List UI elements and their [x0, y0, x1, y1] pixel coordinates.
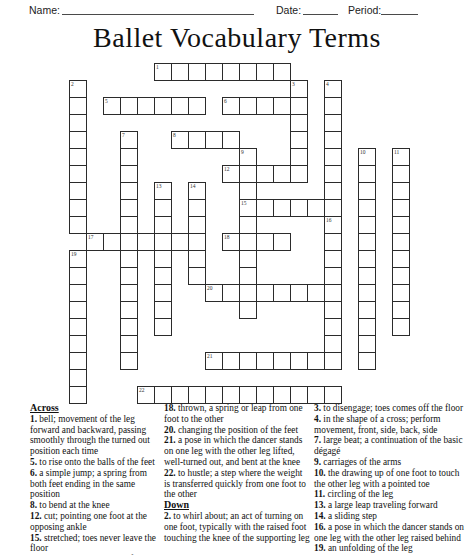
- grid-cell-r7c3[interactable]: [120, 182, 138, 200]
- clue-number-1: 1: [156, 64, 159, 70]
- across-clue-21: 21. a pose in which the dancer stands on…: [164, 435, 310, 467]
- grid-cell-r10c3[interactable]: [120, 233, 138, 251]
- date-blank-line[interactable]: [303, 13, 338, 15]
- period-blank-line[interactable]: [381, 13, 418, 15]
- grid-cell-r0c8[interactable]: [205, 63, 223, 81]
- grid-cell-r2c4[interactable]: [137, 97, 155, 115]
- grid-cell-r4c9[interactable]: [222, 131, 240, 149]
- grid-cell-r10c1[interactable]: 17: [86, 233, 104, 251]
- grid-cell-r17c0[interactable]: [69, 352, 87, 370]
- grid-cell-r13c13[interactable]: [290, 284, 308, 302]
- crossword-grid: 12345678915101112131416171819202122: [69, 63, 410, 404]
- grid-cell-r1c13[interactable]: 3: [290, 80, 308, 98]
- grid-cell-r19c6[interactable]: [171, 386, 189, 404]
- grid-cell-r8c17[interactable]: [358, 199, 376, 217]
- clue-number-label: 7.: [314, 435, 321, 445]
- grid-cell-r12c7[interactable]: [188, 267, 206, 285]
- down-heading: Down: [164, 500, 310, 511]
- grid-cell-r9c7[interactable]: [188, 216, 206, 234]
- grid-cell-r10c6[interactable]: [171, 233, 189, 251]
- grid-cell-r17c9[interactable]: [222, 352, 240, 370]
- clue-number-17: 17: [88, 234, 94, 240]
- grid-cell-r0c9[interactable]: [222, 63, 240, 81]
- grid-cell-r10c10[interactable]: [239, 233, 257, 251]
- grid-cell-r14c10[interactable]: [239, 301, 257, 319]
- grid-cell-r8c13[interactable]: [290, 199, 308, 217]
- grid-cell-r11c19[interactable]: [392, 250, 410, 268]
- grid-cell-r2c13[interactable]: [290, 97, 308, 115]
- clue-number-label: 18.: [164, 403, 176, 413]
- grid-cell-r16c17[interactable]: [358, 335, 376, 353]
- grid-cell-r10c2[interactable]: [103, 233, 121, 251]
- grid-cell-r8c19[interactable]: [392, 199, 410, 217]
- grid-cell-r17c17[interactable]: [358, 352, 376, 370]
- grid-cell-r8c14[interactable]: [307, 199, 325, 217]
- name-blank-line[interactable]: [62, 13, 254, 15]
- grid-cell-r18c0[interactable]: [69, 369, 87, 387]
- grid-cell-r6c10[interactable]: [239, 165, 257, 183]
- across-clue-1: 1. bell; movement of the leg forward and…: [30, 414, 164, 457]
- grid-cell-r8c15[interactable]: [324, 199, 342, 217]
- down-clue-14: 14. a sliding step: [314, 511, 468, 522]
- grid-cell-r13c10[interactable]: [239, 284, 257, 302]
- grid-cell-r2c9[interactable]: 6: [222, 97, 240, 115]
- clue-number-label: 9.: [314, 457, 321, 467]
- grid-cell-r2c10[interactable]: [239, 97, 257, 115]
- grid-cell-r2c5[interactable]: [154, 97, 172, 115]
- grid-cell-r6c17[interactable]: [358, 165, 376, 183]
- grid-cell-r15c19[interactable]: [392, 318, 410, 336]
- grid-cell-r4c0[interactable]: [69, 131, 87, 149]
- grid-cell-r8c10[interactable]: 15: [239, 199, 257, 217]
- grid-cell-r13c11[interactable]: [256, 284, 274, 302]
- grid-cell-r14c3[interactable]: [120, 301, 138, 319]
- grid-cell-r2c2[interactable]: 5: [103, 97, 121, 115]
- across-clue-12: 12. cut; pointing one foot at the opposi…: [30, 511, 164, 533]
- grid-cell-r7c15[interactable]: [324, 182, 342, 200]
- clue-number-16: 16: [326, 217, 332, 223]
- grid-cell-r19c9[interactable]: [222, 386, 240, 404]
- grid-cell-r17c13[interactable]: [290, 352, 308, 370]
- grid-cell-r3c13[interactable]: [290, 114, 308, 132]
- clue-number-label: 11.: [314, 489, 325, 499]
- grid-cell-r8c0[interactable]: [69, 199, 87, 217]
- grid-cell-r15c0[interactable]: [69, 318, 87, 336]
- grid-cell-r11c10[interactable]: [239, 250, 257, 268]
- grid-cell-r13c17[interactable]: [358, 284, 376, 302]
- grid-cell-r17c14[interactable]: [307, 352, 325, 370]
- grid-cell-r17c3[interactable]: [120, 352, 138, 370]
- grid-cell-r12c19[interactable]: [392, 267, 410, 285]
- grid-cell-r7c17[interactable]: [358, 182, 376, 200]
- clue-number-5: 5: [105, 98, 108, 104]
- grid-cell-r17c11[interactable]: [256, 352, 274, 370]
- grid-cell-r0c12[interactable]: [273, 63, 291, 81]
- grid-cell-r19c4[interactable]: 22: [137, 386, 155, 404]
- worksheet-page: Name: Date: Period: Ballet Vocabulary Te…: [0, 0, 474, 555]
- grid-cell-r1c15[interactable]: 4: [324, 80, 342, 98]
- clue-column-1: Across1. bell; movement of the leg forwa…: [30, 403, 164, 555]
- grid-cell-r19c7[interactable]: [188, 386, 206, 404]
- grid-cell-r17c15[interactable]: [324, 352, 342, 370]
- grid-cell-r19c15[interactable]: [324, 386, 342, 404]
- grid-cell-r10c5[interactable]: [154, 233, 172, 251]
- grid-cell-r16c0[interactable]: [69, 335, 87, 353]
- grid-cell-r5c15[interactable]: [324, 148, 342, 166]
- clue-number-label: 19.: [314, 543, 326, 553]
- grid-cell-r8c11[interactable]: [256, 199, 274, 217]
- grid-cell-r19c11[interactable]: [256, 386, 274, 404]
- grid-cell-r6c9[interactable]: 12: [222, 165, 240, 183]
- grid-cell-r12c3[interactable]: [120, 267, 138, 285]
- clue-number-label: 15.: [30, 533, 42, 543]
- down-clue-19: 19. an unfolding of the leg: [314, 543, 468, 554]
- clue-number-21: 21: [207, 353, 213, 359]
- clue-number-label: 2.: [164, 511, 171, 521]
- grid-cell-r4c6[interactable]: 8: [171, 131, 189, 149]
- grid-cell-r0c11[interactable]: [256, 63, 274, 81]
- grid-cell-r7c19[interactable]: [392, 182, 410, 200]
- grid-cell-r12c15[interactable]: [324, 267, 342, 285]
- clue-column-3: 3. to disengage; toes comes off the floo…: [314, 403, 468, 554]
- clue-number-label: 3.: [314, 403, 321, 413]
- grid-cell-r11c17[interactable]: [358, 250, 376, 268]
- grid-cell-r6c3[interactable]: [120, 165, 138, 183]
- clue-number-label: 22.: [164, 468, 176, 478]
- period-label: Period:: [348, 4, 381, 16]
- grid-cell-r10c9[interactable]: 18: [222, 233, 240, 251]
- grid-cell-r2c0[interactable]: [69, 97, 87, 115]
- grid-cell-r17c10[interactable]: [239, 352, 257, 370]
- grid-cell-r10c4[interactable]: [137, 233, 155, 251]
- grid-cell-r19c5[interactable]: [154, 386, 172, 404]
- grid-cell-r9c17[interactable]: [358, 216, 376, 234]
- grid-cell-r7c10[interactable]: [239, 182, 257, 200]
- grid-cell-r6c13[interactable]: [290, 165, 308, 183]
- grid-cell-r0c5[interactable]: 1: [154, 63, 172, 81]
- clue-number-label: 5.: [30, 457, 37, 467]
- grid-cell-r8c12[interactable]: [273, 199, 291, 217]
- grid-cell-r14c15[interactable]: [324, 301, 342, 319]
- clue-number-22: 22: [139, 387, 145, 393]
- grid-cell-r9c3[interactable]: [120, 216, 138, 234]
- grid-cell-r2c15[interactable]: [324, 97, 342, 115]
- clue-number-label: 20.: [164, 425, 176, 435]
- down-clue-10: 10. the drawing up of one foot to touch …: [314, 468, 468, 490]
- grid-cell-r11c7[interactable]: [188, 250, 206, 268]
- clue-number-15: 15: [241, 200, 247, 206]
- down-clue-11: 11. circling of the leg: [314, 489, 468, 500]
- down-clue-16: 16. a pose in which the dancer stands on…: [314, 522, 468, 544]
- grid-cell-r9c5[interactable]: [154, 216, 172, 234]
- clue-number-2: 2: [71, 81, 74, 87]
- across-clue-8: 8. to bend at the knee: [30, 500, 164, 511]
- clue-number-6: 6: [224, 98, 227, 104]
- grid-cell-r10c12[interactable]: [273, 233, 291, 251]
- across-heading: Across: [30, 403, 164, 414]
- grid-cell-r8c3[interactable]: [120, 199, 138, 217]
- grid-cell-r4c7[interactable]: [188, 131, 206, 149]
- name-label: Name:: [29, 4, 60, 16]
- grid-cell-r7c7[interactable]: 14: [188, 182, 206, 200]
- clue-number-label: 12.: [30, 511, 42, 521]
- grid-cell-r19c13[interactable]: [290, 386, 308, 404]
- page-title: Ballet Vocabulary Terms: [0, 22, 474, 54]
- grid-cell-r13c8[interactable]: 20: [205, 284, 223, 302]
- grid-cell-r6c15[interactable]: [324, 165, 342, 183]
- grid-cell-r2c7[interactable]: [188, 97, 206, 115]
- clue-number-10: 10: [360, 149, 366, 155]
- grid-cell-r6c12[interactable]: [273, 165, 291, 183]
- across-clue-15: 15. stretched; toes never leave the floo…: [30, 533, 164, 555]
- across-clue-22: 22. to hustle; a step where the weight i…: [164, 468, 310, 500]
- across-clue-6: 6. a simple jump; a spring from both fee…: [30, 468, 164, 500]
- date-label: Date:: [276, 4, 301, 16]
- grid-cell-r16c3[interactable]: [120, 335, 138, 353]
- grid-cell-r12c0[interactable]: [69, 267, 87, 285]
- grid-cell-r12c17[interactable]: [358, 267, 376, 285]
- grid-cell-r19c14[interactable]: [307, 386, 325, 404]
- grid-cell-r0c7[interactable]: [188, 63, 206, 81]
- grid-cell-r4c8[interactable]: [205, 131, 223, 149]
- grid-cell-r13c12[interactable]: [273, 284, 291, 302]
- grid-cell-r11c15[interactable]: [324, 250, 342, 268]
- grid-cell-r11c3[interactable]: [120, 250, 138, 268]
- down-clue-13: 13. a large leap traveling forward: [314, 500, 468, 511]
- grid-cell-r13c14[interactable]: [307, 284, 325, 302]
- grid-cell-r12c10[interactable]: [239, 267, 257, 285]
- clue-number-12: 12: [224, 166, 230, 172]
- grid-cell-r14c5[interactable]: [154, 301, 172, 319]
- across-clue-18: 18. thrown, a spring or leap from one fo…: [164, 403, 310, 425]
- grid-cell-r13c5[interactable]: [154, 284, 172, 302]
- down-clue-7: 7. large beat; a continuation of the bas…: [314, 435, 468, 457]
- clue-number-3: 3: [292, 81, 295, 87]
- grid-cell-r6c19[interactable]: [392, 165, 410, 183]
- grid-cell-r7c0[interactable]: [69, 182, 87, 200]
- grid-cell-r17c12[interactable]: [273, 352, 291, 370]
- clue-number-20: 20: [207, 285, 213, 291]
- down-clue-3: 3. to disengage; toes comes off the floo…: [314, 403, 468, 414]
- grid-cell-r15c15[interactable]: [324, 318, 342, 336]
- clue-number-11: 11: [394, 149, 399, 155]
- grid-cell-r5c17[interactable]: 10: [358, 148, 376, 166]
- grid-cell-r15c3[interactable]: [120, 318, 138, 336]
- grid-cell-r15c17[interactable]: [358, 318, 376, 336]
- grid-cell-r13c15[interactable]: [324, 284, 342, 302]
- clue-number-8: 8: [173, 132, 176, 138]
- grid-cell-r13c3[interactable]: [120, 284, 138, 302]
- down-clue-4: 4. in the shape of a cross; perform move…: [314, 414, 468, 436]
- grid-cell-r0c10[interactable]: [239, 63, 257, 81]
- grid-cell-r13c19[interactable]: [392, 284, 410, 302]
- clue-number-4: 4: [326, 81, 329, 87]
- grid-cell-r7c5[interactable]: 13: [154, 182, 172, 200]
- clue-number-18: 18: [224, 234, 230, 240]
- clue-number-7: 7: [122, 132, 125, 138]
- grid-cell-r13c9[interactable]: [222, 284, 240, 302]
- grid-cell-r14c17[interactable]: [358, 301, 376, 319]
- grid-cell-r11c0[interactable]: 19: [69, 250, 87, 268]
- grid-cell-r11c5[interactable]: [154, 250, 172, 268]
- grid-cell-r19c10[interactable]: [239, 386, 257, 404]
- grid-cell-r14c0[interactable]: [69, 301, 87, 319]
- clue-number-label: 4.: [314, 414, 321, 424]
- grid-cell-r10c17[interactable]: [358, 233, 376, 251]
- grid-cell-r19c12[interactable]: [273, 386, 291, 404]
- grid-cell-r10c11[interactable]: [256, 233, 274, 251]
- grid-cell-r10c7[interactable]: [188, 233, 206, 251]
- grid-cell-r5c0[interactable]: [69, 148, 87, 166]
- grid-cell-r10c19[interactable]: [392, 233, 410, 251]
- clue-number-19: 19: [71, 251, 77, 257]
- across-clue-5: 5. to rise onto the balls of the feet: [30, 457, 164, 468]
- clue-number-label: 1.: [30, 414, 37, 424]
- grid-cell-r19c8[interactable]: [205, 386, 223, 404]
- grid-cell-r2c3[interactable]: [120, 97, 138, 115]
- down-clue-2: 2. to whirl about; an act of turning on …: [164, 511, 310, 543]
- down-clue-9: 9. carriages of the arms: [314, 457, 468, 468]
- clue-number-label: 10.: [314, 468, 326, 478]
- grid-cell-r9c19[interactable]: [392, 216, 410, 234]
- grid-cell-r13c0[interactable]: [69, 284, 87, 302]
- grid-cell-r14c19[interactable]: [392, 301, 410, 319]
- grid-cell-r4c15[interactable]: [324, 131, 342, 149]
- grid-cell-r17c8[interactable]: 21: [205, 352, 223, 370]
- grid-cell-r4c3[interactable]: 7: [120, 131, 138, 149]
- grid-cell-r8c5[interactable]: [154, 199, 172, 217]
- clue-number-14: 14: [190, 183, 196, 189]
- clue-number-9: 9: [241, 149, 244, 155]
- grid-cell-r5c10[interactable]: 9: [239, 148, 257, 166]
- grid-cell-r8c7[interactable]: [188, 199, 206, 217]
- grid-cell-r6c11[interactable]: [256, 165, 274, 183]
- grid-cell-r16c15[interactable]: [324, 335, 342, 353]
- clue-number-label: 14.: [314, 511, 326, 521]
- clue-number-13: 13: [156, 183, 162, 189]
- clue-number-label: 21.: [164, 435, 176, 445]
- grid-cell-r15c5[interactable]: [154, 318, 172, 336]
- grid-cell-r0c6[interactable]: [171, 63, 189, 81]
- grid-cell-r3c15[interactable]: [324, 114, 342, 132]
- grid-cell-r12c5[interactable]: [154, 267, 172, 285]
- clue-number-label: 13.: [314, 500, 326, 510]
- clue-number-label: 16.: [314, 522, 326, 532]
- grid-cell-r9c10[interactable]: [239, 216, 257, 234]
- clue-number-label: 8.: [30, 500, 37, 510]
- grid-cell-r9c0[interactable]: [69, 216, 87, 234]
- grid-cell-r2c12[interactable]: [273, 97, 291, 115]
- grid-cell-r2c6[interactable]: [171, 97, 189, 115]
- grid-cell-r6c0[interactable]: [69, 165, 87, 183]
- grid-cell-r5c13[interactable]: [290, 148, 308, 166]
- grid-cell-r1c0[interactable]: 2: [69, 80, 87, 98]
- grid-cell-r3c0[interactable]: [69, 114, 87, 132]
- across-clue-20: 20. changing the position of the feet: [164, 425, 310, 436]
- clue-number-label: 6.: [30, 468, 37, 478]
- grid-cell-r10c15[interactable]: [324, 233, 342, 251]
- grid-cell-r2c11[interactable]: [256, 97, 274, 115]
- grid-cell-r5c19[interactable]: 11: [392, 148, 410, 166]
- clue-column-2: 18. thrown, a spring or leap from one fo…: [164, 403, 310, 543]
- grid-cell-r19c0[interactable]: [69, 386, 87, 404]
- grid-cell-r5c3[interactable]: [120, 148, 138, 166]
- grid-cell-r9c15[interactable]: 16: [324, 216, 342, 234]
- grid-cell-r4c13[interactable]: [290, 131, 308, 149]
